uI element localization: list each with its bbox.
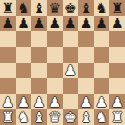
square-a6[interactable] xyxy=(0,31,16,47)
piece-black-bishop-icon[interactable]: ♝ xyxy=(80,0,93,14)
square-b8[interactable]: ♞ xyxy=(16,0,32,16)
piece-white-knight-icon[interactable]: ♞ xyxy=(17,110,30,124)
square-b2[interactable]: ♟ xyxy=(16,94,32,110)
square-b6[interactable] xyxy=(16,31,32,47)
piece-black-pawn-icon[interactable]: ♟ xyxy=(95,16,108,30)
square-g6[interactable] xyxy=(94,31,110,47)
piece-black-knight-icon[interactable]: ♞ xyxy=(95,0,108,14)
square-c4[interactable] xyxy=(31,63,47,79)
piece-white-pawn-icon[interactable]: ♟ xyxy=(2,94,15,108)
square-e3[interactable] xyxy=(63,78,79,94)
square-c2[interactable]: ♟ xyxy=(31,94,47,110)
piece-black-pawn-icon[interactable]: ♟ xyxy=(80,16,93,30)
piece-black-pawn-icon[interactable]: ♟ xyxy=(48,16,61,30)
square-e1[interactable]: ♚ xyxy=(63,109,79,125)
square-g4[interactable] xyxy=(94,63,110,79)
piece-white-pawn-icon[interactable]: ♟ xyxy=(80,94,93,108)
square-c5[interactable] xyxy=(31,47,47,63)
square-h4[interactable] xyxy=(109,63,125,79)
square-f1[interactable]: ♝ xyxy=(78,109,94,125)
square-e2[interactable] xyxy=(63,94,79,110)
piece-white-pawn-icon[interactable]: ♟ xyxy=(17,94,30,108)
square-g2[interactable]: ♟ xyxy=(94,94,110,110)
square-a2[interactable]: ♟ xyxy=(0,94,16,110)
square-f6[interactable] xyxy=(78,31,94,47)
square-e7[interactable]: ♟ xyxy=(63,16,79,32)
square-c3[interactable] xyxy=(31,78,47,94)
square-a4[interactable] xyxy=(0,63,16,79)
square-c8[interactable]: ♝ xyxy=(31,0,47,16)
square-a5[interactable] xyxy=(0,47,16,63)
square-h8[interactable]: ♜ xyxy=(109,0,125,16)
square-g5[interactable] xyxy=(94,47,110,63)
square-h7[interactable]: ♟ xyxy=(109,16,125,32)
square-h6[interactable] xyxy=(109,31,125,47)
square-d4[interactable] xyxy=(47,63,63,79)
square-a3[interactable] xyxy=(0,78,16,94)
piece-black-pawn-icon[interactable]: ♟ xyxy=(111,16,124,30)
piece-black-pawn-icon[interactable]: ♟ xyxy=(2,16,15,30)
chess-board: ♜♞♝♛♚♝♞♜♟♟♟♟♟♟♟♟♟♟♟♟♟♟♟♟♜♞♝♛♚♝♞♜ xyxy=(0,0,125,125)
piece-white-bishop-icon[interactable]: ♝ xyxy=(33,110,46,124)
square-h5[interactable] xyxy=(109,47,125,63)
square-e4[interactable]: ♟ xyxy=(63,63,79,79)
piece-white-pawn-icon[interactable]: ♟ xyxy=(48,94,61,108)
piece-white-bishop-icon[interactable]: ♝ xyxy=(80,110,93,124)
piece-black-pawn-icon[interactable]: ♟ xyxy=(64,16,77,30)
square-b7[interactable]: ♟ xyxy=(16,16,32,32)
square-d8[interactable]: ♛ xyxy=(47,0,63,16)
piece-white-rook-icon[interactable]: ♜ xyxy=(2,110,15,124)
piece-black-bishop-icon[interactable]: ♝ xyxy=(33,0,46,14)
piece-black-rook-icon[interactable]: ♜ xyxy=(111,0,124,14)
square-d7[interactable]: ♟ xyxy=(47,16,63,32)
piece-white-queen-icon[interactable]: ♛ xyxy=(48,110,61,124)
square-g3[interactable] xyxy=(94,78,110,94)
piece-black-knight-icon[interactable]: ♞ xyxy=(17,0,30,14)
square-c6[interactable] xyxy=(31,31,47,47)
piece-white-knight-icon[interactable]: ♞ xyxy=(95,110,108,124)
square-d2[interactable]: ♟ xyxy=(47,94,63,110)
square-c1[interactable]: ♝ xyxy=(31,109,47,125)
square-d1[interactable]: ♛ xyxy=(47,109,63,125)
square-f4[interactable] xyxy=(78,63,94,79)
square-h1[interactable]: ♜ xyxy=(109,109,125,125)
square-d5[interactable] xyxy=(47,47,63,63)
piece-white-rook-icon[interactable]: ♜ xyxy=(111,110,124,124)
square-a1[interactable]: ♜ xyxy=(0,109,16,125)
square-b4[interactable] xyxy=(16,63,32,79)
piece-black-pawn-icon[interactable]: ♟ xyxy=(17,16,30,30)
square-a7[interactable]: ♟ xyxy=(0,16,16,32)
piece-black-pawn-icon[interactable]: ♟ xyxy=(33,16,46,30)
square-g8[interactable]: ♞ xyxy=(94,0,110,16)
piece-white-pawn-icon[interactable]: ♟ xyxy=(111,94,124,108)
square-f2[interactable]: ♟ xyxy=(78,94,94,110)
square-a8[interactable]: ♜ xyxy=(0,0,16,16)
piece-white-pawn-icon[interactable]: ♟ xyxy=(33,94,46,108)
square-e8[interactable]: ♚ xyxy=(63,0,79,16)
square-b1[interactable]: ♞ xyxy=(16,109,32,125)
square-f3[interactable] xyxy=(78,78,94,94)
square-h2[interactable]: ♟ xyxy=(109,94,125,110)
piece-black-king-icon[interactable]: ♚ xyxy=(64,0,77,14)
square-d6[interactable] xyxy=(47,31,63,47)
square-d3[interactable] xyxy=(47,78,63,94)
piece-white-pawn-icon[interactable]: ♟ xyxy=(95,94,108,108)
square-b5[interactable] xyxy=(16,47,32,63)
square-e6[interactable] xyxy=(63,31,79,47)
piece-black-rook-icon[interactable]: ♜ xyxy=(2,0,15,14)
piece-white-king-icon[interactable]: ♚ xyxy=(64,110,77,124)
square-b3[interactable] xyxy=(16,78,32,94)
square-g1[interactable]: ♞ xyxy=(94,109,110,125)
square-e5[interactable] xyxy=(63,47,79,63)
square-f7[interactable]: ♟ xyxy=(78,16,94,32)
square-g7[interactable]: ♟ xyxy=(94,16,110,32)
square-f5[interactable] xyxy=(78,47,94,63)
piece-white-pawn-icon[interactable]: ♟ xyxy=(64,63,77,77)
square-c7[interactable]: ♟ xyxy=(31,16,47,32)
piece-black-queen-icon[interactable]: ♛ xyxy=(48,0,61,14)
square-h3[interactable] xyxy=(109,78,125,94)
square-f8[interactable]: ♝ xyxy=(78,0,94,16)
